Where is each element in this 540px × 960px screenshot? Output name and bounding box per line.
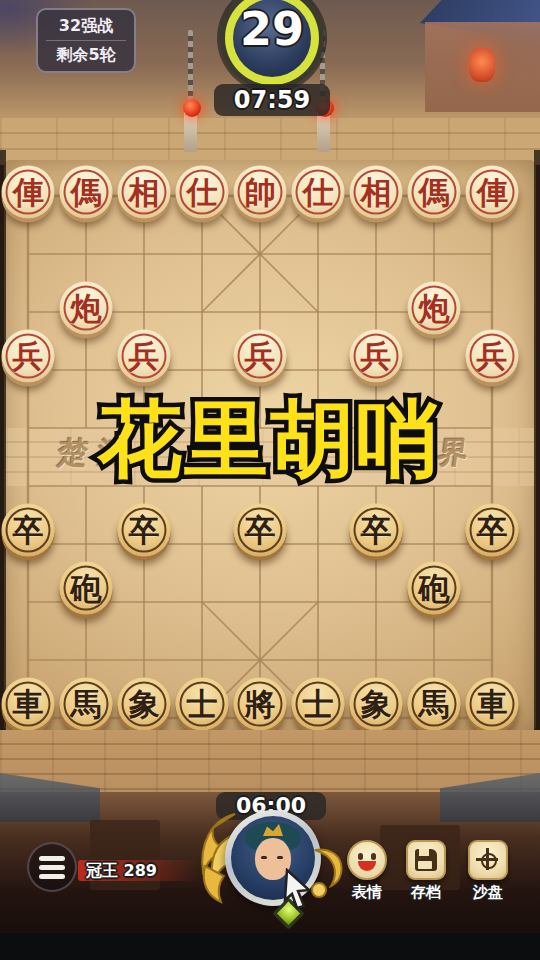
piece-red-仕[interactable]: 仕 xyxy=(176,166,229,219)
piece-red-相[interactable]: 相 xyxy=(350,166,403,219)
sandbox-button[interactable]: 沙盘 xyxy=(458,840,518,902)
piece-red-兵[interactable]: 兵 xyxy=(350,330,403,383)
piece-black-卒[interactable]: 卒 xyxy=(234,504,287,557)
piece-glyph: 仕 xyxy=(187,177,218,208)
piece-black-馬[interactable]: 馬 xyxy=(60,678,113,731)
tournament-remaining: 剩余5轮 xyxy=(38,43,134,67)
piece-glyph: 車 xyxy=(477,689,508,720)
piece-red-仕[interactable]: 仕 xyxy=(292,166,345,219)
tournament-round: 32强战 xyxy=(38,14,134,38)
sandbox-label: 沙盘 xyxy=(458,883,518,902)
plank-wall xyxy=(0,118,540,165)
piece-red-兵[interactable]: 兵 xyxy=(118,330,171,383)
piece-glyph: 兵 xyxy=(477,341,508,372)
piece-red-俥[interactable]: 俥 xyxy=(2,166,55,219)
piece-red-帥[interactable]: 帥 xyxy=(234,166,287,219)
piece-glyph: 兵 xyxy=(13,341,44,372)
opponent-timer: 29 xyxy=(220,0,324,90)
piece-glyph: 象 xyxy=(361,689,392,720)
plank-wall-bottom xyxy=(0,730,540,792)
piece-glyph: 卒 xyxy=(361,515,392,546)
piece-black-卒[interactable]: 卒 xyxy=(118,504,171,557)
piece-glyph: 炮 xyxy=(71,293,102,324)
player-rank-banner: 冠王 289 xyxy=(78,860,198,881)
piece-red-傌[interactable]: 傌 xyxy=(408,166,461,219)
piece-glyph: 卒 xyxy=(13,515,44,546)
piece-red-相[interactable]: 相 xyxy=(118,166,171,219)
piece-black-馬[interactable]: 馬 xyxy=(408,678,461,731)
piece-glyph: 卒 xyxy=(245,515,276,546)
opponent-clock: 07:59 xyxy=(214,84,330,116)
chain-left-icon xyxy=(188,30,193,102)
piece-glyph: 砲 xyxy=(419,573,450,604)
piece-glyph: 俥 xyxy=(477,177,508,208)
piece-glyph: 馬 xyxy=(419,689,450,720)
smiley-face-icon xyxy=(347,840,387,880)
piece-glyph: 士 xyxy=(187,689,218,720)
crosshair-compass-icon xyxy=(468,840,508,880)
piece-glyph: 俥 xyxy=(13,177,44,208)
piece-glyph: 卒 xyxy=(477,515,508,546)
piece-glyph: 兵 xyxy=(245,341,276,372)
countdown-seconds: 29 xyxy=(220,2,324,56)
piece-black-士[interactable]: 士 xyxy=(292,678,345,731)
piece-glyph: 卒 xyxy=(129,515,160,546)
piece-glyph: 炮 xyxy=(419,293,450,324)
piece-glyph: 砲 xyxy=(71,573,102,604)
piece-glyph: 仕 xyxy=(303,177,334,208)
floppy-disk-icon xyxy=(406,840,446,880)
emote-button[interactable]: 表情 xyxy=(337,840,397,902)
emote-label: 表情 xyxy=(337,883,397,902)
piece-glyph: 馬 xyxy=(71,689,102,720)
piece-glyph: 相 xyxy=(361,177,392,208)
piece-glyph: 相 xyxy=(129,177,160,208)
piece-glyph: 象 xyxy=(129,689,160,720)
red-lantern xyxy=(469,48,495,82)
piece-black-卒[interactable]: 卒 xyxy=(2,504,55,557)
piece-red-炮[interactable]: 炮 xyxy=(60,282,113,335)
piece-black-卒[interactable]: 卒 xyxy=(350,504,403,557)
save-label: 存档 xyxy=(396,883,456,902)
bottom-dark-bar xyxy=(0,933,540,960)
tournament-badge: 32强战 剩余5轮 xyxy=(36,8,136,73)
piece-glyph: 車 xyxy=(13,689,44,720)
piece-glyph: 將 xyxy=(245,689,276,720)
piece-black-將[interactable]: 將 xyxy=(234,678,287,731)
piece-black-砲[interactable]: 砲 xyxy=(60,562,113,615)
piece-black-卒[interactable]: 卒 xyxy=(466,504,519,557)
player-avatar-frame[interactable] xyxy=(225,810,321,906)
mouse-cursor-icon xyxy=(283,868,313,910)
piece-red-俥[interactable]: 俥 xyxy=(466,166,519,219)
piece-black-車[interactable]: 車 xyxy=(2,678,55,731)
red-orb-left-icon xyxy=(183,99,201,117)
hamburger-icon xyxy=(39,856,65,861)
piece-red-兵[interactable]: 兵 xyxy=(466,330,519,383)
piece-red-兵[interactable]: 兵 xyxy=(2,330,55,383)
piece-red-兵[interactable]: 兵 xyxy=(234,330,287,383)
save-button[interactable]: 存档 xyxy=(396,840,456,902)
piece-glyph: 帥 xyxy=(245,177,276,208)
piece-red-炮[interactable]: 炮 xyxy=(408,282,461,335)
piece-glyph: 兵 xyxy=(129,341,160,372)
piece-black-象[interactable]: 象 xyxy=(350,678,403,731)
piece-glyph: 士 xyxy=(303,689,334,720)
piece-glyph: 兵 xyxy=(361,341,392,372)
piece-black-象[interactable]: 象 xyxy=(118,678,171,731)
piece-black-砲[interactable]: 砲 xyxy=(408,562,461,615)
piece-black-士[interactable]: 士 xyxy=(176,678,229,731)
badge-divider xyxy=(46,40,126,41)
overlay-caption: 花里胡哨 xyxy=(0,383,540,497)
piece-black-車[interactable]: 車 xyxy=(466,678,519,731)
game-screen: 楚河 汉界 俥傌相仕帥仕相傌俥炮炮兵兵兵兵兵卒卒卒卒卒砲砲車馬象士將士象馬車 花… xyxy=(0,0,540,960)
menu-button[interactable] xyxy=(27,842,77,892)
piece-glyph: 傌 xyxy=(419,177,450,208)
piece-glyph: 傌 xyxy=(71,177,102,208)
piece-red-傌[interactable]: 傌 xyxy=(60,166,113,219)
